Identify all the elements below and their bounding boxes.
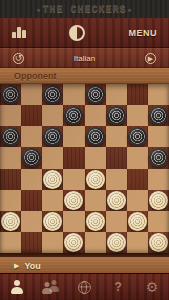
square-r0c6[interactable]	[127, 84, 148, 105]
square-r2c4[interactable]	[85, 126, 106, 147]
multiplayer-button[interactable]	[39, 275, 63, 299]
square-r0c2[interactable]	[42, 84, 63, 105]
white-piece[interactable]	[86, 170, 105, 189]
undo-arrow-icon: ↺	[15, 54, 23, 63]
board	[0, 84, 169, 253]
leaderboard-icon[interactable]	[12, 27, 26, 38]
square-r4c7	[148, 169, 169, 190]
square-r4c6[interactable]	[127, 169, 148, 190]
variant-selector-bar: ↺ Italian ▶	[0, 48, 169, 68]
turn-indicator-icon: ▶	[14, 262, 19, 269]
white-piece[interactable]	[64, 233, 83, 252]
variant-value: Italian	[74, 54, 95, 63]
square-r4c5	[106, 169, 127, 190]
square-r3c1[interactable]	[21, 147, 42, 168]
square-r3c5[interactable]	[106, 147, 127, 168]
you-label: You	[24, 261, 40, 271]
square-r2c7	[148, 126, 169, 147]
black-piece[interactable]	[149, 148, 168, 167]
square-r6c3	[63, 211, 84, 232]
square-r7c0	[0, 232, 21, 253]
black-piece[interactable]	[149, 106, 168, 125]
white-piece[interactable]	[107, 191, 126, 210]
square-r3c0	[0, 147, 21, 168]
white-piece[interactable]	[149, 191, 168, 210]
square-r2c5	[106, 126, 127, 147]
square-r5c3[interactable]	[63, 190, 84, 211]
opponent-label: Opponent	[14, 71, 57, 81]
white-piece[interactable]	[43, 170, 62, 189]
square-r2c6[interactable]	[127, 126, 148, 147]
square-r5c6	[127, 190, 148, 211]
help-button[interactable]: ?	[106, 275, 130, 299]
square-r6c0[interactable]	[0, 211, 21, 232]
square-r7c3[interactable]	[63, 232, 84, 253]
variant-prev-button[interactable]: ↺	[13, 53, 24, 64]
white-piece[interactable]	[107, 233, 126, 252]
square-r3c2	[42, 147, 63, 168]
white-piece[interactable]	[149, 233, 168, 252]
square-r1c3[interactable]	[63, 105, 84, 126]
online-button[interactable]	[72, 275, 96, 299]
people-icon	[42, 280, 60, 294]
square-r1c6	[127, 105, 148, 126]
you-bar: ▶ You	[0, 257, 169, 273]
bottom-toolbar: ? ⚙	[0, 273, 169, 300]
app-title: -THE CHECKERS-	[35, 4, 133, 15]
white-piece[interactable]	[128, 212, 147, 231]
square-r6c5	[106, 211, 127, 232]
menu-button[interactable]: MENU	[129, 28, 158, 38]
square-r2c3	[63, 126, 84, 147]
square-r5c1[interactable]	[21, 190, 42, 211]
globe-icon	[78, 281, 91, 294]
black-piece[interactable]	[86, 85, 105, 104]
black-piece[interactable]	[86, 127, 105, 146]
square-r5c0	[0, 190, 21, 211]
square-r4c4[interactable]	[85, 169, 106, 190]
square-r1c4	[85, 105, 106, 126]
question-mark-icon: ?	[115, 281, 122, 293]
square-r4c3	[63, 169, 84, 190]
black-piece[interactable]	[43, 127, 62, 146]
square-r7c7[interactable]	[148, 232, 169, 253]
opponent-bar: Opponent	[0, 68, 169, 84]
square-r7c5[interactable]	[106, 232, 127, 253]
square-r6c6[interactable]	[127, 211, 148, 232]
play-arrow-icon: ▶	[148, 55, 153, 62]
square-r0c0[interactable]	[0, 84, 21, 105]
black-piece[interactable]	[107, 106, 126, 125]
white-piece[interactable]	[86, 212, 105, 231]
square-r4c2[interactable]	[42, 169, 63, 190]
square-r5c7[interactable]	[148, 190, 169, 211]
square-r0c7	[148, 84, 169, 105]
square-r3c6	[127, 147, 148, 168]
person-icon	[10, 280, 23, 294]
square-r1c2	[42, 105, 63, 126]
square-r1c0	[0, 105, 21, 126]
white-piece[interactable]	[1, 212, 20, 231]
title-bar: -THE CHECKERS-	[0, 0, 169, 18]
variant-next-button[interactable]: ▶	[145, 53, 156, 64]
square-r1c7[interactable]	[148, 105, 169, 126]
black-piece[interactable]	[22, 148, 41, 167]
square-r6c1	[21, 211, 42, 232]
square-r6c4[interactable]	[85, 211, 106, 232]
white-piece[interactable]	[64, 191, 83, 210]
settings-button[interactable]: ⚙	[140, 275, 164, 299]
gear-icon: ⚙	[146, 280, 159, 294]
square-r0c3	[63, 84, 84, 105]
black-piece[interactable]	[64, 106, 83, 125]
square-r4c0[interactable]	[0, 169, 21, 190]
square-r3c4	[85, 147, 106, 168]
single-player-button[interactable]	[5, 275, 29, 299]
contrast-icon[interactable]	[69, 25, 85, 41]
white-piece[interactable]	[43, 212, 62, 231]
square-r7c2	[42, 232, 63, 253]
square-r0c5	[106, 84, 127, 105]
checkers-app-screen: -THE CHECKERS- MENU ↺ Italian ▶ Opponent…	[0, 0, 169, 300]
square-r4c1	[21, 169, 42, 190]
square-r1c5[interactable]	[106, 105, 127, 126]
square-r5c4	[85, 190, 106, 211]
menu-bar: MENU	[0, 18, 169, 48]
black-piece[interactable]	[1, 127, 20, 146]
square-r5c5[interactable]	[106, 190, 127, 211]
square-r7c1[interactable]	[21, 232, 42, 253]
square-r6c2[interactable]	[42, 211, 63, 232]
square-r5c2	[42, 190, 63, 211]
square-r2c0[interactable]	[0, 126, 21, 147]
square-r7c6	[127, 232, 148, 253]
square-r2c2[interactable]	[42, 126, 63, 147]
square-r2c1	[21, 126, 42, 147]
square-r6c7	[148, 211, 169, 232]
black-piece[interactable]	[43, 85, 62, 104]
square-r1c1[interactable]	[21, 105, 42, 126]
black-piece[interactable]	[128, 127, 147, 146]
square-r3c7[interactable]	[148, 147, 169, 168]
black-piece[interactable]	[1, 85, 20, 104]
square-r3c3[interactable]	[63, 147, 84, 168]
square-r0c1	[21, 84, 42, 105]
square-r0c4[interactable]	[85, 84, 106, 105]
square-r7c4	[85, 232, 106, 253]
